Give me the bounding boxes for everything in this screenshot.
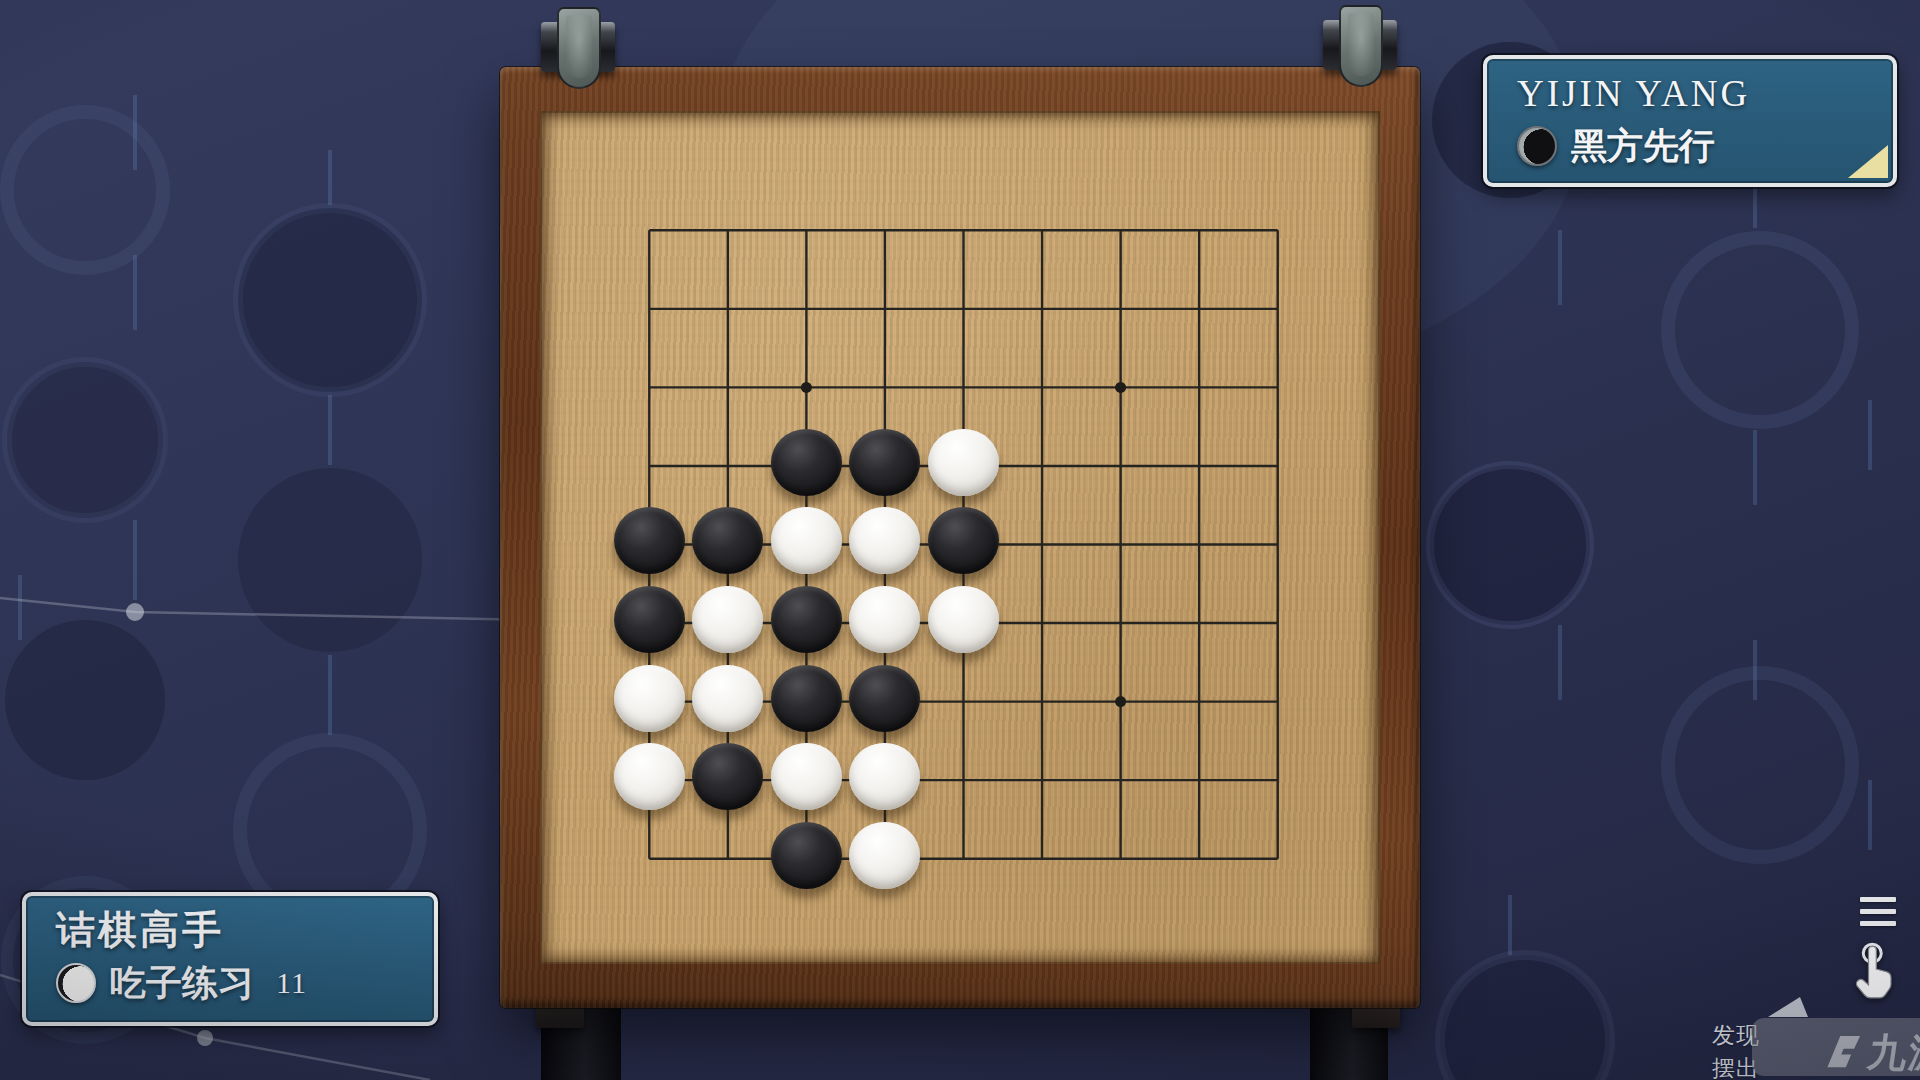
board-cell-r3c3[interactable] bbox=[767, 348, 846, 427]
board-cell-r5c3[interactable] bbox=[767, 505, 846, 584]
board-cell-r7c2[interactable] bbox=[689, 662, 768, 741]
black-stone[interactable] bbox=[771, 429, 842, 496]
board-cell-r9c6[interactable] bbox=[1003, 819, 1082, 898]
board-cell-r8c8[interactable] bbox=[1160, 741, 1239, 820]
pointing-hand-cursor-icon bbox=[1852, 942, 1900, 1002]
board-cell-r1c6[interactable] bbox=[1003, 191, 1082, 270]
board-cell-r5c9[interactable] bbox=[1238, 505, 1317, 584]
black-stone[interactable] bbox=[849, 429, 920, 496]
board-cell-r6c8[interactable] bbox=[1160, 584, 1239, 663]
white-stone[interactable] bbox=[849, 586, 920, 653]
white-stone[interactable] bbox=[849, 507, 920, 574]
puzzle-title: 诘棋高手 bbox=[56, 908, 424, 953]
watermark: 九游 bbox=[1824, 1026, 1920, 1080]
board-grid[interactable] bbox=[610, 191, 1317, 898]
board-cell-r4c9[interactable] bbox=[1238, 427, 1317, 506]
board-cell-r2c6[interactable] bbox=[1003, 270, 1082, 349]
board-cell-r5c6[interactable] bbox=[1003, 505, 1082, 584]
white-stone-icon bbox=[56, 963, 96, 1003]
board-cell-r2c2[interactable] bbox=[689, 270, 768, 349]
board-cell-r2c7[interactable] bbox=[1081, 270, 1160, 349]
board-cell-r7c1[interactable] bbox=[610, 662, 689, 741]
board-cell-r9c9[interactable] bbox=[1238, 819, 1317, 898]
board-cell-r6c5[interactable] bbox=[924, 584, 1003, 663]
board-cell-r3c1[interactable] bbox=[610, 348, 689, 427]
black-stone[interactable] bbox=[771, 586, 842, 653]
board-cell-r5c4[interactable] bbox=[846, 505, 925, 584]
board-cell-r4c4[interactable] bbox=[846, 427, 925, 506]
board-cell-r4c2[interactable] bbox=[689, 427, 768, 506]
board-cell-r9c5[interactable] bbox=[924, 819, 1003, 898]
board-cell-r5c8[interactable] bbox=[1160, 505, 1239, 584]
white-stone[interactable] bbox=[928, 586, 999, 653]
black-stone[interactable] bbox=[614, 507, 685, 574]
board-cell-r4c1[interactable] bbox=[610, 427, 689, 506]
white-stone[interactable] bbox=[614, 665, 685, 732]
board-cell-r3c4[interactable] bbox=[846, 348, 925, 427]
black-stone-icon bbox=[1517, 126, 1557, 166]
player-turn-panel: YIJIN YANG 黑方先行 bbox=[1483, 55, 1897, 187]
board-cell-r8c2[interactable] bbox=[689, 741, 768, 820]
board-cell-r8c6[interactable] bbox=[1003, 741, 1082, 820]
board-cell-r2c1[interactable] bbox=[610, 270, 689, 349]
black-stone[interactable] bbox=[771, 665, 842, 732]
board-cell-r9c4[interactable] bbox=[846, 819, 925, 898]
menu-bar bbox=[1860, 909, 1896, 914]
board-cell-r6c7[interactable] bbox=[1081, 584, 1160, 663]
board-cell-r4c3[interactable] bbox=[767, 427, 846, 506]
9game-logo-icon bbox=[1825, 1034, 1864, 1072]
board-cell-r9c7[interactable] bbox=[1081, 819, 1160, 898]
white-stone[interactable] bbox=[849, 743, 920, 810]
board-cell-r5c1[interactable] bbox=[610, 505, 689, 584]
board-cell-r5c7[interactable] bbox=[1081, 505, 1160, 584]
player-title: YIJIN YANG bbox=[1517, 73, 1883, 116]
board-cell-r7c5[interactable] bbox=[924, 662, 1003, 741]
white-stone[interactable] bbox=[692, 665, 763, 732]
board-cell-r8c1[interactable] bbox=[610, 741, 689, 820]
clamp-left bbox=[536, 5, 620, 93]
board-cell-r7c9[interactable] bbox=[1238, 662, 1317, 741]
board-cell-r2c5[interactable] bbox=[924, 270, 1003, 349]
board-cell-r1c9[interactable] bbox=[1238, 191, 1317, 270]
board-cell-r5c5[interactable] bbox=[924, 505, 1003, 584]
black-stone[interactable] bbox=[614, 586, 685, 653]
board-cell-r1c4[interactable] bbox=[846, 191, 925, 270]
board-cell-r4c5[interactable] bbox=[924, 427, 1003, 506]
black-stone[interactable] bbox=[928, 507, 999, 574]
white-stone[interactable] bbox=[692, 586, 763, 653]
turn-label: 黑方先行 bbox=[1571, 122, 1715, 171]
watermark-text: 九游 bbox=[1864, 1026, 1920, 1080]
board-cell-r6c4[interactable] bbox=[846, 584, 925, 663]
board-cell-r1c1[interactable] bbox=[610, 191, 689, 270]
board-cell-r9c8[interactable] bbox=[1160, 819, 1239, 898]
board-cell-r4c7[interactable] bbox=[1081, 427, 1160, 506]
white-stone[interactable] bbox=[771, 743, 842, 810]
board-cell-r9c2[interactable] bbox=[689, 819, 768, 898]
board-cell-r8c5[interactable] bbox=[924, 741, 1003, 820]
board-cell-r3c5[interactable] bbox=[924, 348, 1003, 427]
board-cell-r7c6[interactable] bbox=[1003, 662, 1082, 741]
board-cell-r4c8[interactable] bbox=[1160, 427, 1239, 506]
board-cell-r6c6[interactable] bbox=[1003, 584, 1082, 663]
menu-bar bbox=[1860, 897, 1896, 902]
white-stone[interactable] bbox=[614, 743, 685, 810]
board-cell-r9c1[interactable] bbox=[610, 819, 689, 898]
hamburger-menu-icon[interactable] bbox=[1860, 897, 1896, 933]
board-cell-r6c9[interactable] bbox=[1238, 584, 1317, 663]
board-cell-r9c3[interactable] bbox=[767, 819, 846, 898]
board-cell-r8c4[interactable] bbox=[846, 741, 925, 820]
board-cell-r1c7[interactable] bbox=[1081, 191, 1160, 270]
board-cell-r2c9[interactable] bbox=[1238, 270, 1317, 349]
board-cell-r5c2[interactable] bbox=[689, 505, 768, 584]
board-cell-r2c3[interactable] bbox=[767, 270, 846, 349]
white-stone[interactable] bbox=[928, 429, 999, 496]
clamp-right bbox=[1318, 3, 1402, 91]
board-cell-r3c8[interactable] bbox=[1160, 348, 1239, 427]
board-cell-r2c8[interactable] bbox=[1160, 270, 1239, 349]
clamp-tab-icon bbox=[557, 7, 601, 89]
black-stone[interactable] bbox=[692, 507, 763, 574]
board-cell-r7c8[interactable] bbox=[1160, 662, 1239, 741]
board-cell-r7c4[interactable] bbox=[846, 662, 925, 741]
board-cell-r8c9[interactable] bbox=[1238, 741, 1317, 820]
black-stone[interactable] bbox=[771, 822, 842, 889]
board-cell-r7c3[interactable] bbox=[767, 662, 846, 741]
white-stone[interactable] bbox=[849, 822, 920, 889]
puzzle-number: 11 bbox=[276, 966, 307, 1000]
black-stone[interactable] bbox=[849, 665, 920, 732]
board-cell-r6c3[interactable] bbox=[767, 584, 846, 663]
board-cell-r1c8[interactable] bbox=[1160, 191, 1239, 270]
puzzle-category: 吃子练习 bbox=[110, 959, 254, 1008]
board-cell-r7c7[interactable] bbox=[1081, 662, 1160, 741]
board-cell-r6c2[interactable] bbox=[689, 584, 768, 663]
game-screen: YIJIN YANG 黑方先行 诘棋高手 吃子练习 11 发现 摆出 九游 bbox=[0, 0, 1920, 1080]
board-cell-r6c1[interactable] bbox=[610, 584, 689, 663]
board-cell-r3c7[interactable] bbox=[1081, 348, 1160, 427]
white-stone[interactable] bbox=[771, 507, 842, 574]
black-stone[interactable] bbox=[692, 743, 763, 810]
board-cell-r1c2[interactable] bbox=[689, 191, 768, 270]
board-cell-r1c5[interactable] bbox=[924, 191, 1003, 270]
puzzle-info-panel: 诘棋高手 吃子练习 11 bbox=[22, 892, 438, 1026]
board-cell-r8c7[interactable] bbox=[1081, 741, 1160, 820]
clamp-tab-icon bbox=[1339, 5, 1383, 87]
go-board bbox=[610, 191, 1317, 898]
board-cell-r8c3[interactable] bbox=[767, 741, 846, 820]
board-cell-r2c4[interactable] bbox=[846, 270, 925, 349]
menu-bar bbox=[1860, 921, 1896, 926]
board-cell-r3c6[interactable] bbox=[1003, 348, 1082, 427]
board-cell-r3c2[interactable] bbox=[689, 348, 768, 427]
board-cell-r4c6[interactable] bbox=[1003, 427, 1082, 506]
board-cell-r1c3[interactable] bbox=[767, 191, 846, 270]
board-cell-r3c9[interactable] bbox=[1238, 348, 1317, 427]
